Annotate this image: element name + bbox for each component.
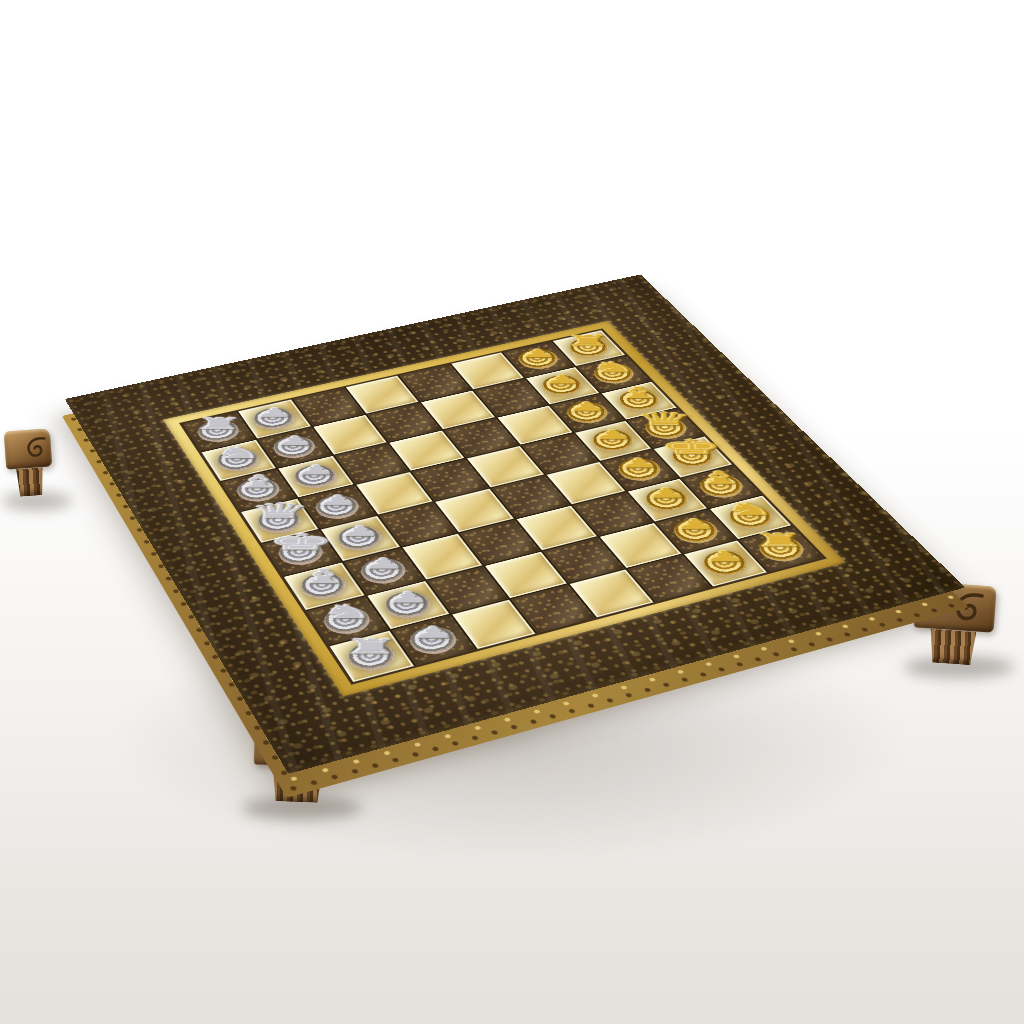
piece-base bbox=[212, 446, 265, 475]
bronze-foot-west bbox=[4, 428, 54, 497]
piece-glyph: ♟ bbox=[673, 517, 717, 531]
piece-glyph: ♟ bbox=[411, 625, 456, 640]
gold-pawn-a7[interactable]: ♟ bbox=[502, 341, 551, 352]
piece-base bbox=[612, 455, 668, 485]
fluted-column-base bbox=[926, 629, 978, 666]
ionic-volute-icon bbox=[4, 428, 53, 469]
piece-base bbox=[587, 361, 639, 387]
silver-pawn-a2[interactable]: ♟ bbox=[238, 400, 291, 412]
piece-base bbox=[355, 554, 412, 587]
piece-base bbox=[667, 515, 725, 547]
fluted-column-base bbox=[15, 467, 45, 497]
piece-base bbox=[332, 522, 388, 554]
piece-base bbox=[563, 335, 614, 360]
piece-glyph: ♞ bbox=[320, 602, 375, 620]
square-d2[interactable]: ♟ bbox=[299, 485, 376, 528]
piece-base bbox=[639, 485, 696, 516]
product-photo-stage: ♜♟♟♜♞♟♟♞♝♟♟♝♛♟♟♛♚♟♟♚♝♟♟♝♞♟♟♞♜♟♟♜ bbox=[0, 0, 1024, 1024]
piece-base bbox=[295, 569, 352, 603]
silver-rook-a1[interactable]: ♜ bbox=[183, 412, 237, 424]
piece-base bbox=[193, 417, 245, 445]
piece-base bbox=[536, 372, 589, 399]
piece-glyph: ♟ bbox=[386, 590, 431, 605]
piece-base bbox=[248, 405, 300, 433]
piece-glyph: ♝ bbox=[295, 567, 353, 586]
piece-base bbox=[318, 603, 377, 638]
piece-glyph: ♟ bbox=[362, 557, 406, 571]
piece-base bbox=[273, 536, 329, 569]
piece-base bbox=[513, 346, 565, 372]
